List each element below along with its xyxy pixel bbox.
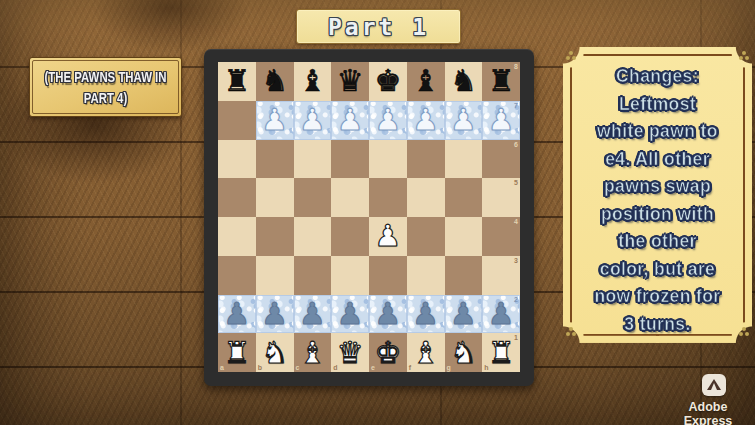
square-f6[interactable]: [407, 140, 445, 179]
frozen-white-pawn: ♟: [412, 105, 439, 135]
square-d7[interactable]: ♟: [331, 101, 369, 140]
square-f8[interactable]: ♝: [407, 62, 445, 101]
file-label-g: g: [447, 364, 451, 371]
board-grid: ♜♞♝♛♚♝♞♜8♟♟♟♟♟♟♟765♟43♟♟♟♟♟♟♟♟2♜a♞b♝c♛d♚…: [218, 62, 520, 372]
file-label-h: h: [484, 364, 488, 371]
frozen-black-pawn: ♟: [261, 299, 288, 329]
frozen-black-pawn: ♟: [223, 299, 250, 329]
square-f2[interactable]: ♟: [407, 295, 445, 334]
square-b5[interactable]: [256, 178, 294, 217]
black-knight: ♞: [450, 66, 477, 96]
black-bishop: ♝: [299, 66, 326, 96]
file-label-e: e: [371, 364, 375, 371]
square-c6[interactable]: [294, 140, 332, 179]
square-h6[interactable]: 6: [482, 140, 520, 179]
clover-ornament-bottom-left: [566, 327, 576, 337]
file-label-f: f: [409, 364, 411, 371]
white-pawn: ♟: [374, 221, 401, 251]
square-b3[interactable]: [256, 256, 294, 295]
square-g5[interactable]: [445, 178, 483, 217]
square-d8[interactable]: ♛: [331, 62, 369, 101]
square-b2[interactable]: ♟: [256, 295, 294, 334]
left-note-line-1: (THE PAWNS THAW IN: [44, 67, 166, 87]
rank-label-1: 1: [514, 334, 518, 341]
clover-ornament-bottom-right: [739, 327, 749, 337]
frozen-white-pawn: ♟: [337, 105, 364, 135]
square-a7[interactable]: [218, 101, 256, 140]
square-f7[interactable]: ♟: [407, 101, 445, 140]
square-h7[interactable]: ♟7: [482, 101, 520, 140]
square-a8[interactable]: ♜: [218, 62, 256, 101]
square-e7[interactable]: ♟: [369, 101, 407, 140]
adobe-logo-icon: [702, 374, 726, 396]
square-b7[interactable]: ♟: [256, 101, 294, 140]
square-g8[interactable]: ♞: [445, 62, 483, 101]
rank-label-7: 7: [514, 102, 518, 109]
title-plaque: Part 1: [296, 9, 461, 44]
square-c1[interactable]: ♝c: [294, 333, 332, 372]
square-g2[interactable]: ♟: [445, 295, 483, 334]
white-king: ♚: [374, 338, 401, 368]
changes-text: Changes: Leftmost white pawn to e4. All …: [563, 63, 752, 338]
changes-line-6: position with: [563, 201, 752, 229]
poster-canvas: Part 1 (THE PAWNS THAW IN PART 4) ♜♞♝♛♚♝…: [0, 0, 755, 425]
square-h3[interactable]: 3: [482, 256, 520, 295]
square-e5[interactable]: [369, 178, 407, 217]
square-e4[interactable]: ♟: [369, 217, 407, 256]
adobe-express-watermark: Adobe Express: [664, 374, 752, 418]
frozen-black-pawn: ♟: [412, 299, 439, 329]
white-bishop: ♝: [299, 338, 326, 368]
white-knight: ♞: [450, 338, 477, 368]
left-note-plaque: (THE PAWNS THAW IN PART 4): [29, 57, 182, 117]
changes-line-5: pawns swap: [563, 173, 752, 201]
square-h5[interactable]: 5: [482, 178, 520, 217]
square-h1[interactable]: ♜1h: [482, 333, 520, 372]
rank-label-8: 8: [514, 63, 518, 70]
square-b1[interactable]: ♞b: [256, 333, 294, 372]
square-g3[interactable]: [445, 256, 483, 295]
square-c8[interactable]: ♝: [294, 62, 332, 101]
square-a5[interactable]: [218, 178, 256, 217]
black-rook: ♜: [223, 66, 250, 96]
square-b8[interactable]: ♞: [256, 62, 294, 101]
square-a2[interactable]: ♟: [218, 295, 256, 334]
square-a1[interactable]: ♜a: [218, 333, 256, 372]
frozen-white-pawn: ♟: [450, 105, 477, 135]
rank-label-3: 3: [514, 257, 518, 264]
black-rook: ♜: [488, 66, 515, 96]
clover-ornament-top-right: [739, 51, 749, 61]
file-label-c: c: [296, 364, 300, 371]
white-knight: ♞: [261, 338, 288, 368]
square-f5[interactable]: [407, 178, 445, 217]
square-f3[interactable]: [407, 256, 445, 295]
square-a6[interactable]: [218, 140, 256, 179]
square-c7[interactable]: ♟: [294, 101, 332, 140]
rank-label-6: 6: [514, 141, 518, 148]
square-b6[interactable]: [256, 140, 294, 179]
file-label-b: b: [258, 364, 262, 371]
black-queen: ♛: [337, 66, 364, 96]
square-g4[interactable]: [445, 217, 483, 256]
page-title: Part 1: [328, 14, 429, 40]
changes-line-9: now frozen for: [563, 283, 752, 311]
left-note-line-2: PART 4): [84, 88, 127, 108]
square-d1[interactable]: ♛d: [331, 333, 369, 372]
changes-line-2: Leftmost: [563, 91, 752, 119]
square-d5[interactable]: [331, 178, 369, 217]
square-a3[interactable]: [218, 256, 256, 295]
square-h2[interactable]: ♟2: [482, 295, 520, 334]
square-e3[interactable]: [369, 256, 407, 295]
square-g6[interactable]: [445, 140, 483, 179]
frozen-black-pawn: ♟: [299, 299, 326, 329]
frozen-white-pawn: ♟: [261, 105, 288, 135]
black-king: ♚: [374, 66, 401, 96]
black-bishop: ♝: [412, 66, 439, 96]
rank-label-2: 2: [514, 296, 518, 303]
frozen-black-pawn: ♟: [337, 299, 364, 329]
frozen-white-pawn: ♟: [374, 105, 401, 135]
changes-line-7: the other: [563, 228, 752, 256]
square-d4[interactable]: [331, 217, 369, 256]
rank-label-5: 5: [514, 179, 518, 186]
black-knight: ♞: [261, 66, 288, 96]
square-b4[interactable]: [256, 217, 294, 256]
changes-line-3: white pawn to: [563, 118, 752, 146]
left-note-text: (THE PAWNS THAW IN PART 4): [34, 52, 177, 123]
square-d2[interactable]: ♟: [331, 295, 369, 334]
chess-board-frame: ♜♞♝♛♚♝♞♜8♟♟♟♟♟♟♟765♟43♟♟♟♟♟♟♟♟2♜a♞b♝c♛d♚…: [204, 49, 534, 386]
clover-ornament-top-left: [566, 51, 576, 61]
square-g7[interactable]: ♟: [445, 101, 483, 140]
frozen-black-pawn: ♟: [488, 299, 515, 329]
square-e1[interactable]: ♚e: [369, 333, 407, 372]
square-d3[interactable]: [331, 256, 369, 295]
square-d6[interactable]: [331, 140, 369, 179]
frozen-black-pawn: ♟: [374, 299, 401, 329]
square-g1[interactable]: ♞g: [445, 333, 483, 372]
adobe-a-mark: [707, 379, 721, 390]
changes-panel: Changes: Leftmost white pawn to e4. All …: [563, 47, 752, 343]
square-h8[interactable]: ♜8: [482, 62, 520, 101]
square-c2[interactable]: ♟: [294, 295, 332, 334]
white-rook: ♜: [488, 338, 515, 368]
changes-line-8: color, but are: [563, 256, 752, 284]
file-label-d: d: [333, 364, 337, 371]
frozen-white-pawn: ♟: [299, 105, 326, 135]
square-h4[interactable]: 4: [482, 217, 520, 256]
frozen-black-pawn: ♟: [450, 299, 477, 329]
square-e8[interactable]: ♚: [369, 62, 407, 101]
white-queen: ♛: [337, 338, 364, 368]
changes-line-10: 3 turns.: [563, 311, 752, 339]
file-label-a: a: [220, 364, 224, 371]
square-f1[interactable]: ♝f: [407, 333, 445, 372]
frozen-white-pawn: ♟: [488, 105, 515, 135]
square-f4[interactable]: [407, 217, 445, 256]
changes-line-4: e4. All other: [563, 146, 752, 174]
square-c4[interactable]: [294, 217, 332, 256]
square-e2[interactable]: ♟: [369, 295, 407, 334]
square-e6[interactable]: [369, 140, 407, 179]
white-bishop: ♝: [412, 338, 439, 368]
changes-line-1: Changes:: [563, 63, 752, 91]
square-c5[interactable]: [294, 178, 332, 217]
white-rook: ♜: [223, 338, 250, 368]
square-a4[interactable]: [218, 217, 256, 256]
rank-label-4: 4: [514, 218, 518, 225]
adobe-express-label: Adobe Express: [664, 400, 752, 425]
square-c3[interactable]: [294, 256, 332, 295]
